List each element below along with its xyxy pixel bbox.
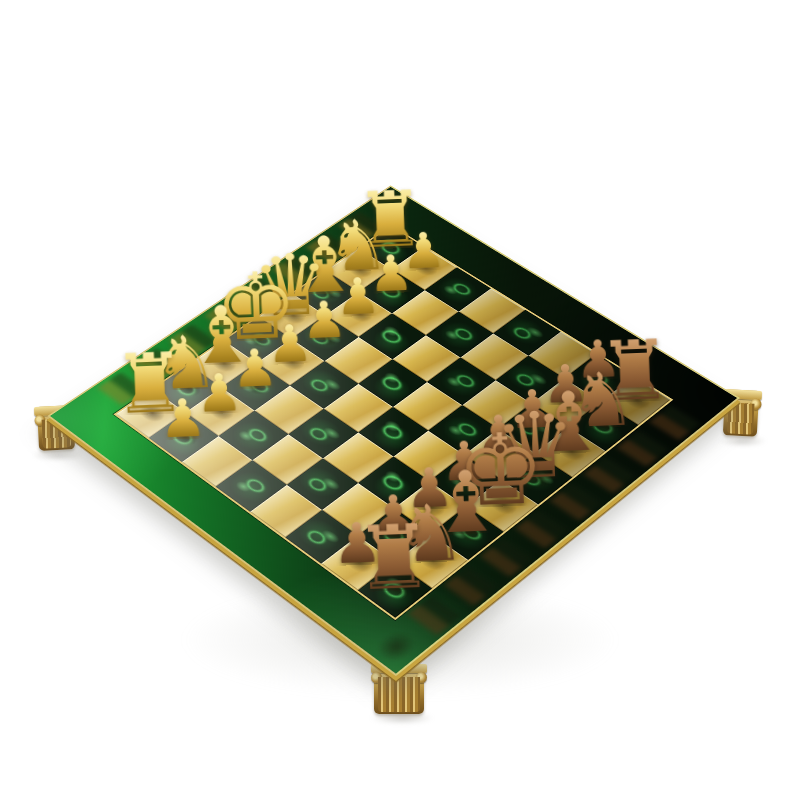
perspective-stage: ♜♞♟♝♟♛♟♚♟♝♟♞♟♟♜♟♟♜♟♟♞♟♝♟♛♟♚♟♝♟♞♜ <box>0 0 800 800</box>
chess-board: ♜♞♟♝♟♛♟♚♟♝♟♞♟♟♜♟♟♜♟♟♞♟♝♟♛♟♚♟♝♟♞♜ <box>47 185 740 676</box>
piece-white-pawn-h2[interactable]: ♟ <box>136 383 229 439</box>
white-pawn-glyph: ♟ <box>158 391 207 445</box>
studio-background: ♜♞♟♝♟♛♟♚♟♝♟♞♟♟♜♟♟♜♟♟♞♟♝♟♛♟♚♟♝♟♞♜ <box>0 0 800 800</box>
piece-black-rook-h8[interactable]: ♜ <box>343 500 443 592</box>
camera-roll-wrapper: ♜♞♟♝♟♛♟♚♟♝♟♞♟♟♜♟♟♜♟♟♞♟♝♟♛♟♚♟♝♟♞♜ <box>0 0 800 800</box>
